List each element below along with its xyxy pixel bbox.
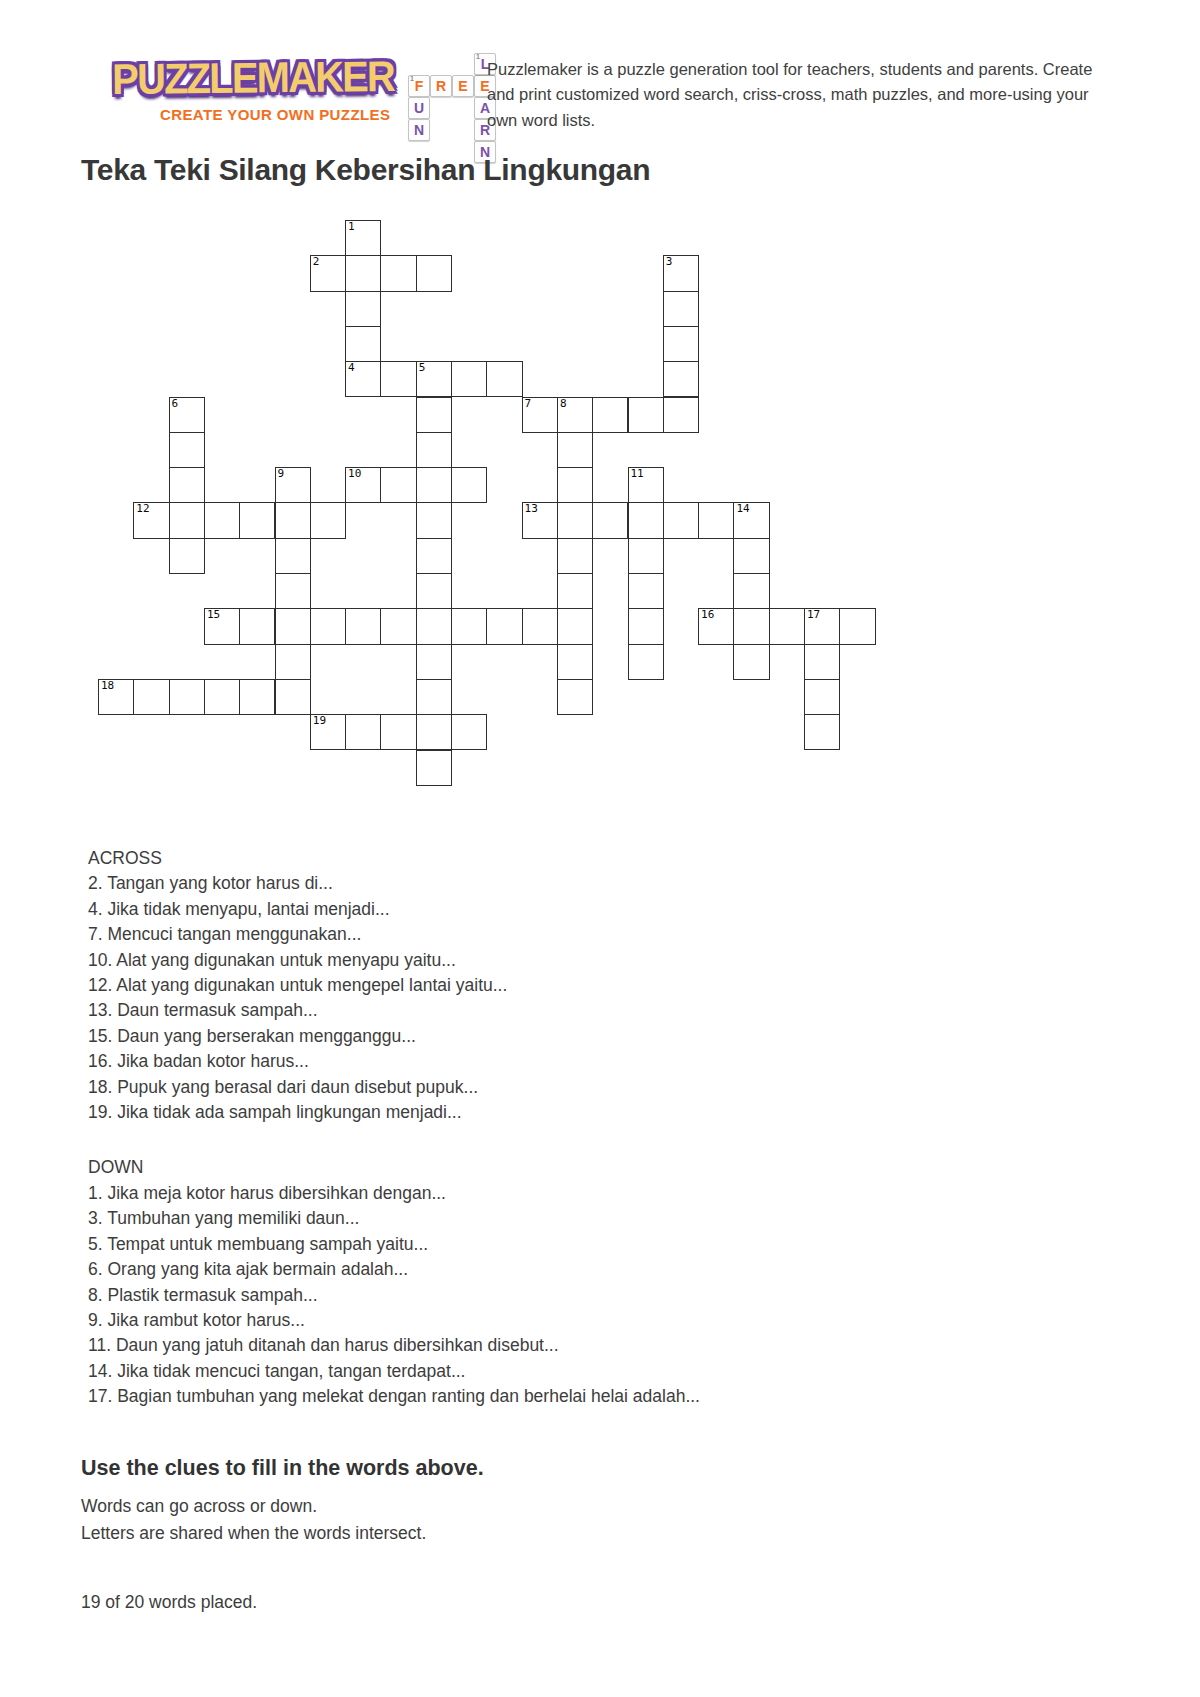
grid-cell-r11c15[interactable] [628, 608, 664, 644]
grid-cell-r7c15[interactable]: 11 [628, 467, 664, 503]
clue-number-19: 19 [313, 715, 326, 727]
grid-cell-r7c7[interactable]: 10 [345, 467, 381, 503]
grid-cell-r14c9[interactable] [416, 714, 452, 750]
clue-number-2: 2 [313, 256, 320, 268]
grid-cell-r4c16[interactable] [663, 361, 699, 397]
grid-cell-r2c16[interactable] [663, 291, 699, 327]
clue-across-19: 19. Jika tidak ada sampah lingkungan men… [88, 1100, 700, 1125]
grid-cell-r11c17[interactable]: 16 [698, 608, 734, 644]
grid-cell-r1c9[interactable] [416, 255, 452, 291]
clue-number-11: 11 [631, 468, 644, 480]
clue-across-13: 13. Daun termasuk sampah... [88, 998, 700, 1023]
grid-cell-r8c18[interactable]: 14 [733, 502, 769, 538]
grid-cell-r11c21[interactable] [839, 608, 875, 644]
grid-cell-r5c16[interactable] [663, 397, 699, 433]
logo-clue-number: 1 [410, 75, 414, 83]
grid-cell-r11c10[interactable] [451, 608, 487, 644]
logo-letter-cell-F: F1 [408, 75, 430, 97]
grid-cell-r5c15[interactable] [628, 397, 664, 433]
grid-cell-r13c20[interactable] [804, 679, 840, 715]
grid-cell-r8c9[interactable] [416, 502, 452, 538]
grid-cell-r5c9[interactable] [416, 397, 452, 433]
grid-cell-r5c12[interactable]: 7 [522, 397, 558, 433]
clue-down-1: 1. Jika meja kotor harus dibersihkan den… [88, 1181, 700, 1206]
clue-number-14: 14 [736, 503, 749, 515]
clue-across-10: 10. Alat yang digunakan untuk menyapu ya… [88, 948, 700, 973]
words-placed-status: 19 of 20 words placed. [81, 1592, 257, 1613]
grid-cell-r11c20[interactable]: 17 [804, 608, 840, 644]
grid-cell-r14c10[interactable] [451, 714, 487, 750]
clue-across-2: 2. Tangan yang kotor harus di... [88, 871, 700, 896]
grid-cell-r13c2[interactable] [169, 679, 205, 715]
logo-mini-crossword: F1REEUNL1ARN [408, 53, 498, 165]
clue-number-4: 4 [348, 362, 355, 374]
grid-cell-r7c8[interactable] [380, 467, 416, 503]
clue-down-6: 6. Orang yang kita ajak bermain adalah..… [88, 1257, 700, 1282]
grid-cell-r7c2[interactable] [169, 467, 205, 503]
grid-cell-r14c7[interactable] [345, 714, 381, 750]
grid-cell-r13c9[interactable] [416, 679, 452, 715]
grid-cell-r9c2[interactable] [169, 538, 205, 574]
grid-cell-r1c6[interactable]: 2 [310, 255, 346, 291]
clue-number-18: 18 [101, 680, 114, 692]
grid-cell-r11c8[interactable] [380, 608, 416, 644]
grid-cell-r13c1[interactable] [133, 679, 169, 715]
grid-cell-r5c13[interactable]: 8 [557, 397, 593, 433]
grid-cell-r3c7[interactable] [345, 326, 381, 362]
clue-number-5: 5 [419, 362, 426, 374]
clue-number-12: 12 [136, 503, 149, 515]
grid-cell-r14c6[interactable]: 19 [310, 714, 346, 750]
grid-cell-r8c13[interactable] [557, 502, 593, 538]
instructions-line-2: Letters are shared when the words inters… [81, 1523, 426, 1544]
grid-cell-r8c15[interactable] [628, 502, 664, 538]
across-clues: 2. Tangan yang kotor harus di...4. Jika … [88, 871, 700, 1125]
grid-cell-r13c0[interactable]: 18 [98, 679, 134, 715]
grid-cell-r0c7[interactable]: 1 [345, 220, 381, 256]
grid-cell-r12c13[interactable] [557, 644, 593, 680]
clue-down-14: 14. Jika tidak mencuci tangan, tangan te… [88, 1359, 700, 1384]
grid-cell-r10c18[interactable] [733, 573, 769, 609]
grid-cell-r8c1[interactable]: 12 [133, 502, 169, 538]
clue-down-3: 3. Tumbuhan yang memiliki daun... [88, 1206, 700, 1231]
grid-cell-r11c4[interactable] [239, 608, 275, 644]
grid-cell-r13c13[interactable] [557, 679, 593, 715]
down-heading: DOWN [88, 1155, 700, 1180]
logo-clue-number: 1 [476, 53, 480, 61]
clue-across-16: 16. Jika badan kotor harus... [88, 1049, 700, 1074]
grid-cell-r12c20[interactable] [804, 644, 840, 680]
grid-cell-r8c12[interactable]: 13 [522, 502, 558, 538]
clue-number-9: 9 [278, 468, 285, 480]
grid-cell-r14c20[interactable] [804, 714, 840, 750]
grid-cell-r9c5[interactable] [275, 538, 311, 574]
grid-cell-r11c5[interactable] [275, 608, 311, 644]
grid-cell-r1c8[interactable] [380, 255, 416, 291]
grid-cell-r8c16[interactable] [663, 502, 699, 538]
grid-cell-r12c15[interactable] [628, 644, 664, 680]
grid-cell-r9c15[interactable] [628, 538, 664, 574]
grid-cell-r13c5[interactable] [275, 679, 311, 715]
clue-number-10: 10 [348, 468, 361, 480]
grid-cell-r7c5[interactable]: 9 [275, 467, 311, 503]
grid-cell-r4c9[interactable]: 5 [416, 361, 452, 397]
grid-cell-r12c9[interactable] [416, 644, 452, 680]
grid-cell-r11c18[interactable] [733, 608, 769, 644]
down-clues: 1. Jika meja kotor harus dibersihkan den… [88, 1181, 700, 1410]
logo-tagline: CREATE YOUR OWN PUZZLES [160, 106, 390, 123]
clue-across-15: 15. Daun yang berserakan mengganggu... [88, 1024, 700, 1049]
instructions-heading: Use the clues to fill in the words above… [81, 1456, 484, 1481]
grid-cell-r8c3[interactable] [204, 502, 240, 538]
page-title: Teka Teki Silang Kebersihan Lingkungan [81, 153, 650, 187]
grid-cell-r8c2[interactable] [169, 502, 205, 538]
logo-letter-cell-R: R [430, 75, 452, 97]
clue-number-7: 7 [525, 398, 532, 410]
crossword-board: 12345678910111213141516171819 [98, 220, 876, 786]
grid-cell-r10c5[interactable] [275, 573, 311, 609]
grid-cell-r3c16[interactable] [663, 326, 699, 362]
grid-cell-r8c5[interactable] [275, 502, 311, 538]
grid-cell-r4c7[interactable]: 4 [345, 361, 381, 397]
grid-cell-r4c8[interactable] [380, 361, 416, 397]
site-description: Puzzlemaker is a puzzle generation tool … [487, 57, 1093, 133]
grid-cell-r12c5[interactable] [275, 644, 311, 680]
clue-down-11: 11. Daun yang jatuh ditanah dan harus di… [88, 1333, 700, 1358]
grid-cell-r1c16[interactable]: 3 [663, 255, 699, 291]
grid-cell-r10c9[interactable] [416, 573, 452, 609]
grid-cell-r5c14[interactable] [592, 397, 628, 433]
grid-cell-r10c13[interactable] [557, 573, 593, 609]
clue-number-15: 15 [207, 609, 220, 621]
grid-cell-r4c10[interactable] [451, 361, 487, 397]
logo-letter-cell-E: E [452, 75, 474, 97]
clue-lists: ACROSS 2. Tangan yang kotor harus di...4… [88, 846, 700, 1410]
clue-across-12: 12. Alat yang digunakan untuk mengepel l… [88, 973, 700, 998]
grid-cell-r11c12[interactable] [522, 608, 558, 644]
grid-cell-r7c9[interactable] [416, 467, 452, 503]
across-heading: ACROSS [88, 846, 700, 871]
grid-cell-r6c2[interactable] [169, 432, 205, 468]
clue-number-3: 3 [666, 256, 673, 268]
grid-cell-r12c18[interactable] [733, 644, 769, 680]
grid-cell-r11c6[interactable] [310, 608, 346, 644]
grid-cell-r10c15[interactable] [628, 573, 664, 609]
grid-cell-r11c13[interactable] [557, 608, 593, 644]
clue-down-5: 5. Tempat untuk membuang sampah yaitu... [88, 1232, 700, 1257]
grid-cell-r15c9[interactable] [416, 750, 452, 786]
logo-letter-cell-N: N [408, 119, 430, 141]
grid-cell-r8c6[interactable] [310, 502, 346, 538]
grid-cell-r11c11[interactable] [486, 608, 522, 644]
grid-cell-r6c13[interactable] [557, 432, 593, 468]
clue-down-17: 17. Bagian tumbuhan yang melekat dengan … [88, 1384, 700, 1409]
clue-across-18: 18. Pupuk yang berasal dari daun disebut… [88, 1075, 700, 1100]
clue-number-8: 8 [560, 398, 567, 410]
grid-cell-r9c18[interactable] [733, 538, 769, 574]
clue-down-9: 9. Jika rambut kotor harus... [88, 1308, 700, 1333]
grid-cell-r14c8[interactable] [380, 714, 416, 750]
grid-cell-r1c7[interactable] [345, 255, 381, 291]
grid-cell-r2c7[interactable] [345, 291, 381, 327]
grid-cell-r8c14[interactable] [592, 502, 628, 538]
logo-letter-cell-U: U [408, 97, 430, 119]
grid-cell-r6c9[interactable] [416, 432, 452, 468]
clue-down-8: 8. Plastik termasuk sampah... [88, 1283, 700, 1308]
grid-cell-r8c17[interactable] [698, 502, 734, 538]
grid-cell-r7c13[interactable] [557, 467, 593, 503]
grid-cell-r9c13[interactable] [557, 538, 593, 574]
grid-cell-r11c7[interactable] [345, 608, 381, 644]
grid-cell-r11c19[interactable] [769, 608, 805, 644]
grid-cell-r13c4[interactable] [239, 679, 275, 715]
clue-number-13: 13 [525, 503, 538, 515]
grid-cell-r9c9[interactable] [416, 538, 452, 574]
instructions-line-1: Words can go across or down. [81, 1496, 317, 1517]
clue-number-1: 1 [348, 221, 355, 233]
grid-cell-r8c4[interactable] [239, 502, 275, 538]
clue-number-6: 6 [172, 398, 179, 410]
clue-number-16: 16 [701, 609, 714, 621]
clue-across-4: 4. Jika tidak menyapu, lantai menjadi... [88, 897, 700, 922]
grid-cell-r13c3[interactable] [204, 679, 240, 715]
grid-cell-r11c9[interactable] [416, 608, 452, 644]
grid-cell-r4c11[interactable] [486, 361, 522, 397]
grid-cell-r7c10[interactable] [451, 467, 487, 503]
grid-cell-r5c2[interactable]: 6 [169, 397, 205, 433]
clue-across-7: 7. Mencuci tangan menggunakan... [88, 922, 700, 947]
grid-cell-r11c3[interactable]: 15 [204, 608, 240, 644]
puzzlemaker-logo: PUZZLEMAKER [112, 55, 394, 101]
clue-number-17: 17 [807, 609, 820, 621]
